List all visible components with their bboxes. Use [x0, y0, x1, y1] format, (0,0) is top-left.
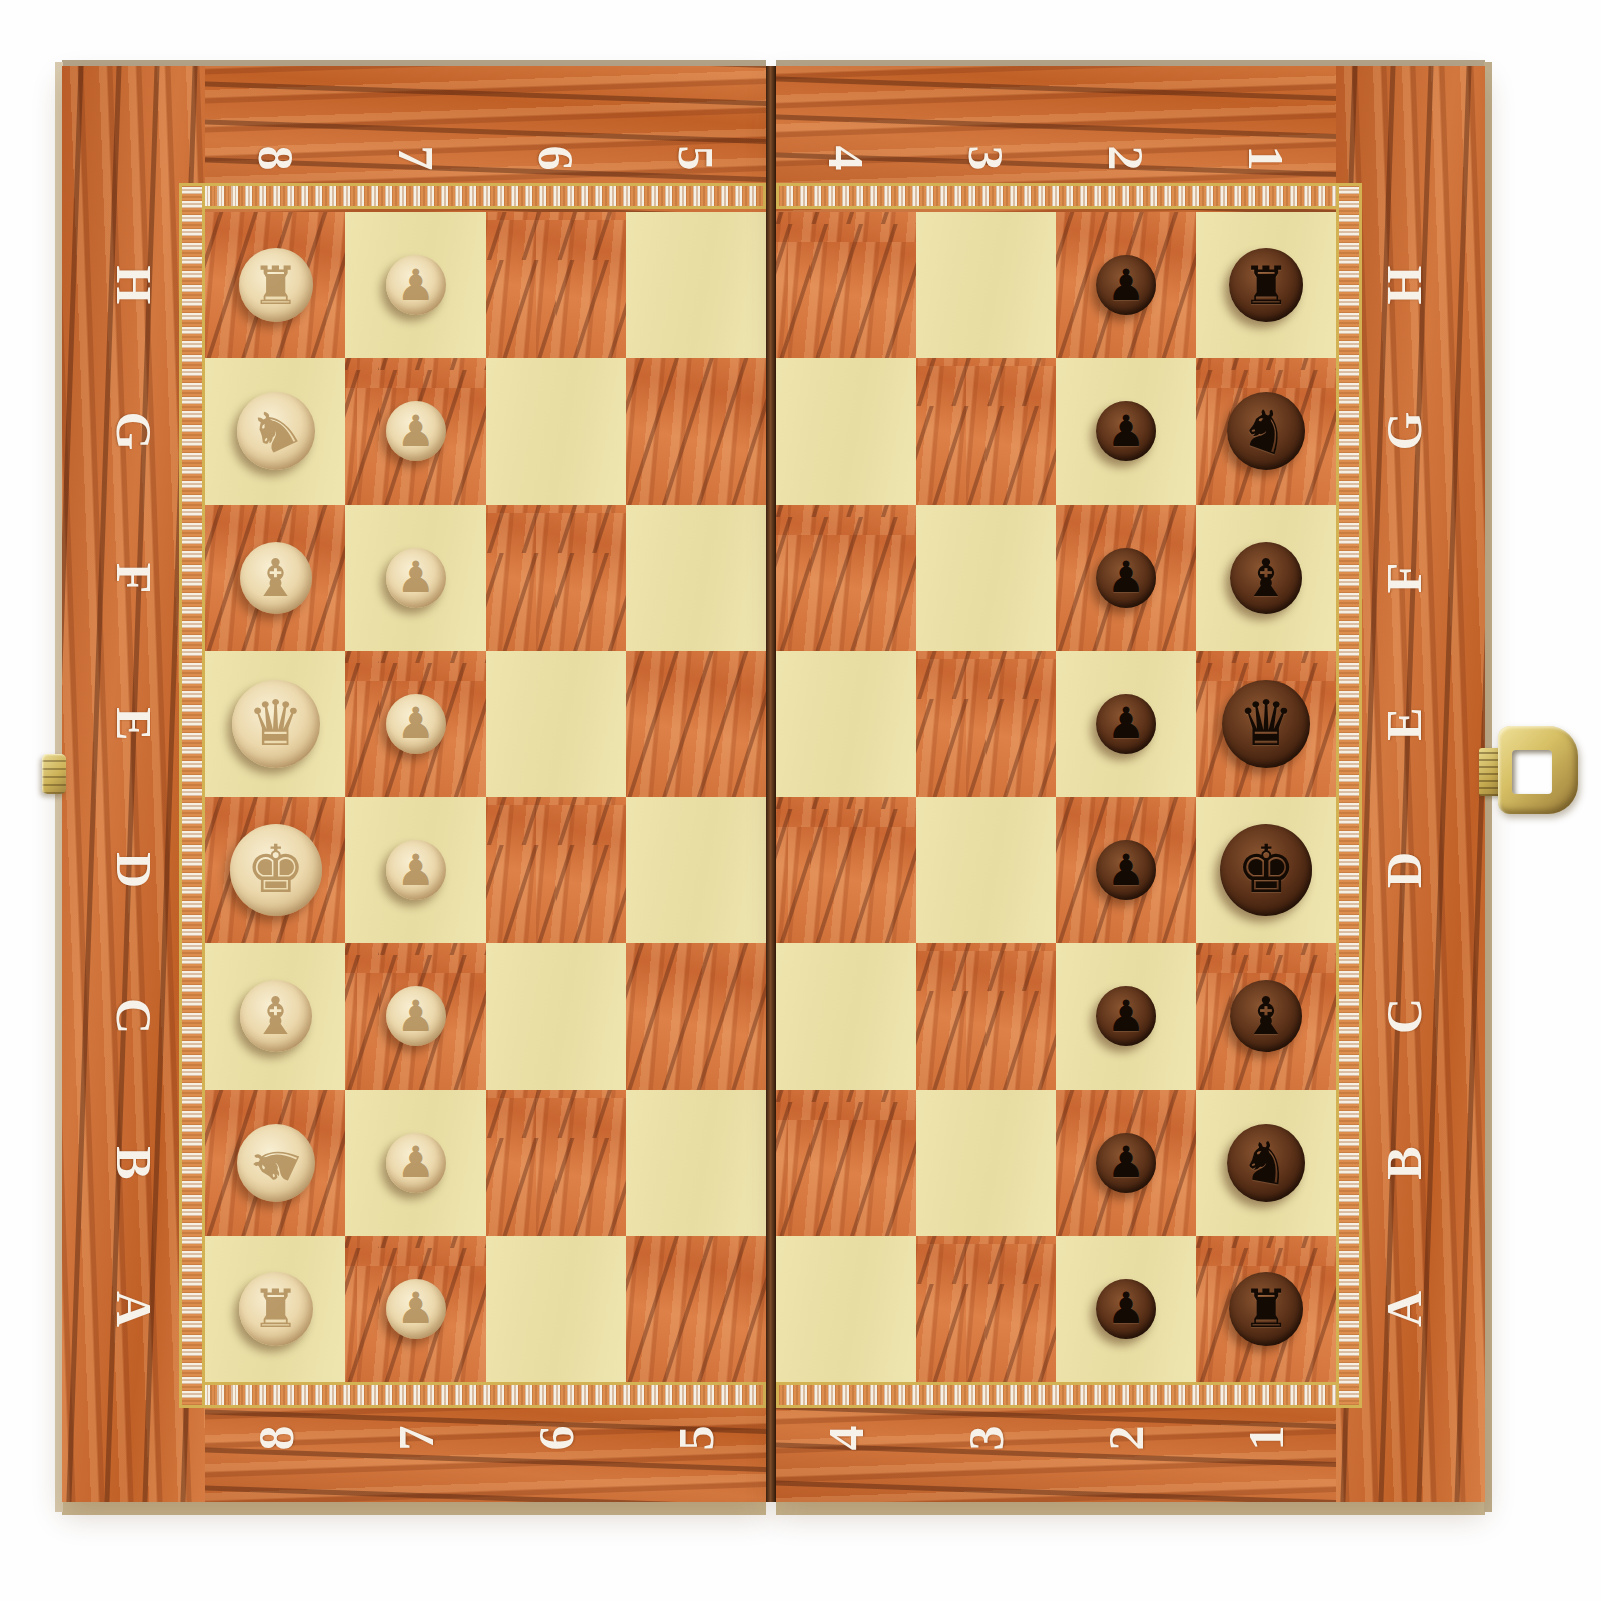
- square-f3: [916, 505, 1056, 651]
- square-g4: [776, 358, 916, 504]
- piece-glyph: ♞: [1236, 1131, 1295, 1195]
- piece-glyph: ♟: [396, 556, 435, 599]
- square-h5: [626, 212, 766, 358]
- inlay-ribbon-left-side: [179, 183, 205, 1408]
- rank-label-bottom-4: 4: [816, 1408, 876, 1468]
- black-pawn-g2: ♟: [1096, 401, 1156, 461]
- white-bishop-f8: ♝: [240, 542, 312, 614]
- inlay-ribbon-right-side: [1336, 183, 1362, 1408]
- piece-glyph: ♟: [396, 702, 435, 745]
- square-g3: [916, 358, 1056, 504]
- black-queen-e1: ♛: [1222, 680, 1310, 768]
- black-pawn-b2: ♟: [1096, 1133, 1156, 1193]
- square-h3: [916, 212, 1056, 358]
- piece-glyph: ♟: [1107, 410, 1146, 453]
- piece-glyph: ♟: [396, 1287, 435, 1330]
- file-label-left-D: D: [104, 840, 164, 900]
- piece-glyph: ♞: [241, 395, 310, 467]
- piece-glyph: ♜: [252, 1282, 300, 1335]
- square-h6: [486, 212, 626, 358]
- file-label-left-C: C: [104, 986, 164, 1046]
- piece-glyph: ♟: [1107, 264, 1146, 307]
- piece-glyph: ♛: [1238, 692, 1294, 755]
- square-a3: [916, 1236, 1056, 1382]
- square-e3: [916, 651, 1056, 797]
- white-pawn-a7: ♟: [386, 1279, 446, 1339]
- square-b5: [626, 1090, 766, 1236]
- file-label-left-B: B: [104, 1133, 164, 1193]
- board-grid-left: [205, 212, 766, 1382]
- file-label-left-H: H: [104, 255, 164, 315]
- right-latch-hole: [1512, 750, 1552, 794]
- white-pawn-f7: ♟: [386, 548, 446, 608]
- box-edge-bottom-left: [62, 1502, 766, 1515]
- black-pawn-d2: ♟: [1096, 840, 1156, 900]
- file-label-right-A: A: [1374, 1279, 1434, 1339]
- square-g5: [626, 358, 766, 504]
- white-pawn-e7: ♟: [386, 694, 446, 754]
- black-knight-b1: ♞: [1227, 1124, 1305, 1202]
- file-label-right-F: F: [1374, 548, 1434, 608]
- piece-glyph: ♟: [396, 849, 435, 892]
- white-queen-e8: ♛: [232, 680, 320, 768]
- piece-glyph: ♟: [1107, 1141, 1146, 1184]
- piece-glyph: ♚: [246, 837, 305, 903]
- square-f5: [626, 505, 766, 651]
- square-d6: [486, 797, 626, 943]
- rank-label-top-4: 4: [816, 128, 876, 188]
- rank-label-top-7: 7: [386, 128, 446, 188]
- square-a6: [486, 1236, 626, 1382]
- square-e6: [486, 651, 626, 797]
- inlay-ribbon-bottom-left: [179, 1382, 766, 1408]
- piece-glyph: ♛: [247, 692, 303, 755]
- piece-glyph: ♝: [252, 552, 299, 604]
- rank-label-bottom-8: 8: [246, 1408, 306, 1468]
- black-pawn-h2: ♟: [1096, 255, 1156, 315]
- piece-glyph: ♟: [1107, 849, 1146, 892]
- square-c6: [486, 943, 626, 1089]
- white-pawn-c7: ♟: [386, 986, 446, 1046]
- white-rook-a8: ♜: [239, 1272, 313, 1346]
- file-label-right-D: D: [1374, 840, 1434, 900]
- rank-label-bottom-1: 1: [1236, 1408, 1296, 1468]
- square-d5: [626, 797, 766, 943]
- piece-glyph: ♟: [1107, 1287, 1146, 1330]
- square-c5: [626, 943, 766, 1089]
- square-a5: [626, 1236, 766, 1382]
- rank-label-top-2: 2: [1096, 128, 1156, 188]
- left-clasp: [42, 754, 66, 794]
- file-label-left-E: E: [104, 694, 164, 754]
- piece-glyph: ♟: [1107, 556, 1146, 599]
- piece-glyph: ♟: [396, 995, 435, 1038]
- piece-glyph: ♟: [1107, 702, 1146, 745]
- white-pawn-g7: ♟: [386, 401, 446, 461]
- piece-glyph: ♟: [1107, 995, 1146, 1038]
- black-pawn-c2: ♟: [1096, 986, 1156, 1046]
- black-king-d1: ♚: [1220, 824, 1312, 916]
- square-e5: [626, 651, 766, 797]
- square-g6: [486, 358, 626, 504]
- rank-label-bottom-6: 6: [526, 1408, 586, 1468]
- file-label-right-E: E: [1374, 694, 1434, 754]
- rank-label-bottom-5: 5: [666, 1408, 726, 1468]
- square-f6: [486, 505, 626, 651]
- piece-glyph: ♜: [252, 259, 300, 312]
- rank-label-bottom-2: 2: [1096, 1408, 1156, 1468]
- file-label-right-G: G: [1374, 401, 1434, 461]
- square-b6: [486, 1090, 626, 1236]
- square-c4: [776, 943, 916, 1089]
- rank-label-top-8: 8: [246, 128, 306, 188]
- inlay-ribbon-bottom-right: [776, 1382, 1362, 1408]
- box-edge-bottom-right: [776, 1502, 1485, 1515]
- file-label-left-F: F: [104, 548, 164, 608]
- file-label-right-H: H: [1374, 255, 1434, 315]
- file-label-right-B: B: [1374, 1133, 1434, 1193]
- black-bishop-f1: ♝: [1230, 542, 1302, 614]
- square-e4: [776, 651, 916, 797]
- file-label-right-C: C: [1374, 986, 1434, 1046]
- white-pawn-h7: ♟: [386, 255, 446, 315]
- black-pawn-e2: ♟: [1096, 694, 1156, 754]
- rank-label-bottom-3: 3: [956, 1408, 1016, 1468]
- file-label-left-G: G: [104, 401, 164, 461]
- piece-glyph: ♜: [1242, 259, 1290, 312]
- piece-glyph: ♝: [1243, 990, 1290, 1042]
- white-rook-h8: ♜: [239, 248, 313, 322]
- white-knight-b8: ♞: [237, 1124, 315, 1202]
- piece-glyph: ♝: [1243, 552, 1290, 604]
- white-bishop-c8: ♝: [240, 980, 312, 1052]
- white-knight-g8: ♞: [237, 392, 315, 470]
- rank-label-top-3: 3: [956, 128, 1016, 188]
- square-b4: [776, 1090, 916, 1236]
- square-d3: [916, 797, 1056, 943]
- square-c3: [916, 943, 1056, 1089]
- piece-glyph: ♟: [396, 410, 435, 453]
- rank-label-bottom-7: 7: [386, 1408, 446, 1468]
- board-grid-right: [776, 212, 1336, 1382]
- square-f4: [776, 505, 916, 651]
- rank-label-top-1: 1: [1236, 128, 1296, 188]
- rank-label-top-5: 5: [666, 128, 726, 188]
- square-a4: [776, 1236, 916, 1382]
- rank-label-top-6: 6: [526, 128, 586, 188]
- white-king-d8: ♚: [230, 824, 322, 916]
- white-pawn-d7: ♟: [386, 840, 446, 900]
- black-rook-a1: ♜: [1229, 1272, 1303, 1346]
- square-h4: [776, 212, 916, 358]
- chess-box-photo: 8765432187654321HGFEDCBAHGFEDCBA♜♞♝♛♚♝♞♜…: [0, 0, 1601, 1601]
- hinge-seam: [766, 66, 776, 1502]
- black-bishop-c1: ♝: [1230, 980, 1302, 1052]
- white-pawn-b7: ♟: [386, 1133, 446, 1193]
- piece-glyph: ♝: [252, 990, 299, 1042]
- piece-glyph: ♞: [240, 1128, 312, 1197]
- piece-glyph: ♟: [396, 264, 435, 307]
- square-d4: [776, 797, 916, 943]
- piece-glyph: ♜: [1242, 1282, 1290, 1335]
- piece-glyph: ♟: [396, 1141, 435, 1184]
- black-knight-g1: ♞: [1227, 392, 1305, 470]
- piece-glyph: ♚: [1236, 837, 1295, 903]
- black-pawn-a2: ♟: [1096, 1279, 1156, 1339]
- square-b3: [916, 1090, 1056, 1236]
- black-pawn-f2: ♟: [1096, 548, 1156, 608]
- right-latch: [1498, 726, 1578, 814]
- piece-glyph: ♞: [1233, 396, 1299, 466]
- black-rook-h1: ♜: [1229, 248, 1303, 322]
- file-label-left-A: A: [104, 1279, 164, 1339]
